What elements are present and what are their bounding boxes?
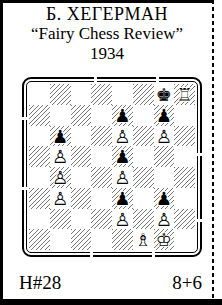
chess-board: ♚♚♜♖♟♟♟♟♟♟♟♙♟♙♟♙♟♟♟♙♟♙♟♙♟♟♟♟♟♙♟♙♝♗♚♔ <box>29 84 195 250</box>
page-border-bottom <box>0 299 222 305</box>
square-g1: ♚♔ <box>154 229 175 250</box>
frame-gap <box>197 219 203 222</box>
square-d8 <box>91 84 112 105</box>
square-c2 <box>71 209 92 230</box>
piece-white-pawn: ♟♙ <box>154 209 175 230</box>
square-g5 <box>154 146 175 167</box>
square-f6 <box>133 126 154 147</box>
frame-gap <box>21 117 27 120</box>
square-h1 <box>174 229 195 250</box>
piece-white-pawn: ♟♙ <box>50 167 71 188</box>
piece-black-pawn: ♟♟ <box>112 105 133 126</box>
piece-black-king: ♚♚ <box>154 84 175 105</box>
square-c1 <box>71 229 92 250</box>
square-a2 <box>29 209 50 230</box>
square-h3 <box>174 188 195 209</box>
material-count-label: 8+6 <box>166 272 202 294</box>
square-h5 <box>174 146 195 167</box>
piece-white-pawn: ♟♙ <box>112 126 133 147</box>
square-a3 <box>29 188 50 209</box>
piece-white-pawn: ♟♙ <box>50 146 71 167</box>
square-b1 <box>50 229 71 250</box>
square-d1 <box>91 229 112 250</box>
square-e8 <box>112 84 133 105</box>
square-b6: ♟♟ <box>50 126 71 147</box>
publication-year: 1934 <box>0 44 214 64</box>
piece-white-pawn: ♟♙ <box>112 209 133 230</box>
square-d3 <box>91 188 112 209</box>
frame-gap <box>21 187 27 190</box>
square-h7 <box>174 105 195 126</box>
square-e5: ♟♟ <box>112 146 133 167</box>
piece-black-pawn: ♟♟ <box>50 126 71 147</box>
square-g7: ♟♟ <box>154 105 175 126</box>
piece-black-pawn: ♟♟ <box>154 105 175 126</box>
chess-board-frame: ♚♚♜♖♟♟♟♟♟♟♟♙♟♙♟♙♟♟♟♙♟♙♟♙♟♟♟♟♟♙♟♙♝♗♚♔ <box>22 77 202 257</box>
source-title: “Fairy Chess Review” <box>0 24 214 44</box>
square-h6 <box>174 126 195 147</box>
square-a8 <box>29 84 50 105</box>
square-e1 <box>112 229 133 250</box>
square-f3 <box>133 188 154 209</box>
piece-black-pawn: ♟♟ <box>154 188 175 209</box>
square-d6 <box>91 126 112 147</box>
square-f1: ♝♗ <box>133 229 154 250</box>
square-g6: ♟♙ <box>154 126 175 147</box>
square-d2 <box>91 209 112 230</box>
square-f2 <box>133 209 154 230</box>
square-a4 <box>29 167 50 188</box>
piece-white-pawn: ♟♙ <box>154 126 175 147</box>
square-c6 <box>71 126 92 147</box>
square-d5 <box>91 146 112 167</box>
square-b7 <box>50 105 71 126</box>
square-g4 <box>154 167 175 188</box>
scanned-problem-page: Б. ХЕГЕРМАН “Fairy Chess Review” 1934 ♚♚… <box>0 0 222 305</box>
square-a5 <box>29 146 50 167</box>
piece-white-bishop: ♝♗ <box>133 229 154 250</box>
square-g3: ♟♟ <box>154 188 175 209</box>
page-border-top <box>0 0 212 3</box>
square-c5 <box>71 146 92 167</box>
piece-white-rook: ♜♖ <box>174 84 195 105</box>
frame-gap <box>90 252 93 258</box>
square-b8 <box>50 84 71 105</box>
square-f8 <box>133 84 154 105</box>
square-a6 <box>29 126 50 147</box>
square-e6: ♟♙ <box>112 126 133 147</box>
square-d4 <box>91 167 112 188</box>
square-f4 <box>133 167 154 188</box>
stipulation-label: H#28 <box>19 272 61 294</box>
square-h4 <box>174 167 195 188</box>
square-a1 <box>29 229 50 250</box>
square-e3: ♟♟ <box>112 188 133 209</box>
chess-board-inner-frame: ♚♚♜♖♟♟♟♟♟♟♟♙♟♙♟♙♟♟♟♙♟♙♟♙♟♟♟♟♟♙♟♙♝♗♚♔ <box>26 81 198 253</box>
square-c4 <box>71 167 92 188</box>
square-d7 <box>91 105 112 126</box>
piece-black-pawn: ♟♟ <box>112 146 133 167</box>
square-b2 <box>50 209 71 230</box>
square-e4: ♟♙ <box>112 167 133 188</box>
square-h8: ♜♖ <box>174 84 195 105</box>
piece-black-pawn: ♟♟ <box>112 188 133 209</box>
square-c7 <box>71 105 92 126</box>
square-e2: ♟♙ <box>112 209 133 230</box>
frame-gap <box>156 76 159 82</box>
frame-gap <box>94 76 97 82</box>
square-f5 <box>133 146 154 167</box>
square-b5: ♟♙ <box>50 146 71 167</box>
square-a7 <box>29 105 50 126</box>
piece-white-king: ♚♔ <box>154 229 175 250</box>
square-b3: ♟♙ <box>50 188 71 209</box>
square-f7 <box>133 105 154 126</box>
square-g8: ♚♚ <box>154 84 175 105</box>
square-h2 <box>174 209 195 230</box>
piece-white-pawn: ♟♙ <box>50 188 71 209</box>
composer-name: Б. ХЕГЕРМАН <box>0 4 214 24</box>
square-b4: ♟♙ <box>50 167 71 188</box>
frame-gap <box>197 153 203 156</box>
frame-gap <box>152 252 155 258</box>
square-c8 <box>71 84 92 105</box>
piece-white-pawn: ♟♙ <box>112 167 133 188</box>
problem-header: Б. ХЕГЕРМАН “Fairy Chess Review” 1934 <box>0 4 214 64</box>
square-g2: ♟♙ <box>154 209 175 230</box>
square-c3 <box>71 188 92 209</box>
square-e7: ♟♟ <box>112 105 133 126</box>
